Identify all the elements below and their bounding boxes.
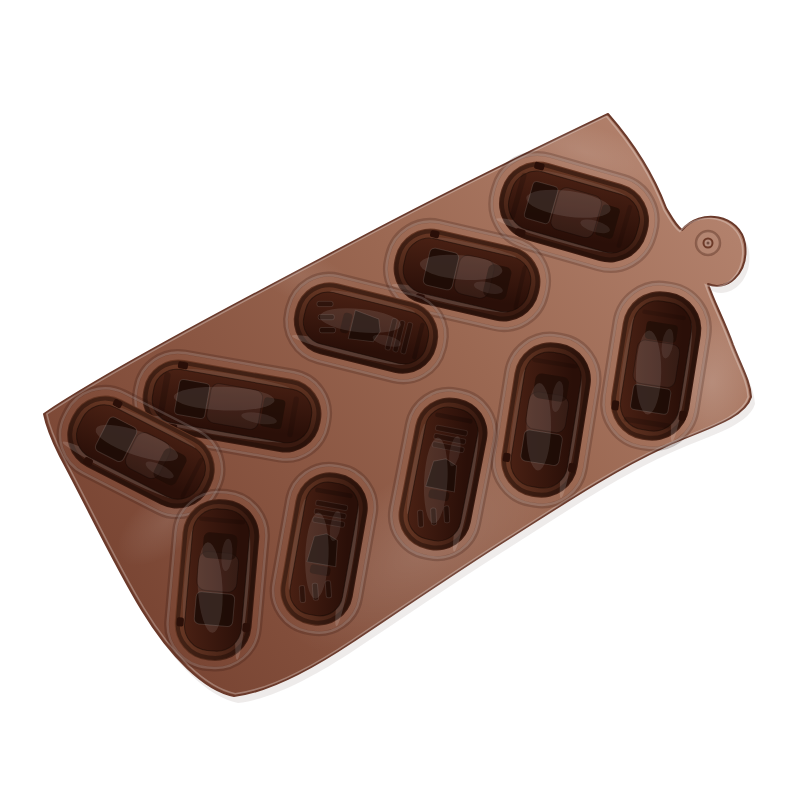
side-mirror-left <box>503 452 511 462</box>
side-mirror-left <box>176 617 184 627</box>
nose-vent <box>444 506 450 523</box>
mold-svg <box>0 0 800 800</box>
nose-vent <box>417 510 423 527</box>
hanging-hole <box>696 231 720 255</box>
product-photo <box>0 0 800 800</box>
nose-vent <box>325 581 331 598</box>
hole-center <box>707 242 710 245</box>
side-mirror-right <box>242 623 250 633</box>
nose-vent <box>317 301 333 306</box>
nose-vent <box>319 328 335 333</box>
nose-vent <box>299 585 305 602</box>
side-mirror-right <box>568 463 576 473</box>
